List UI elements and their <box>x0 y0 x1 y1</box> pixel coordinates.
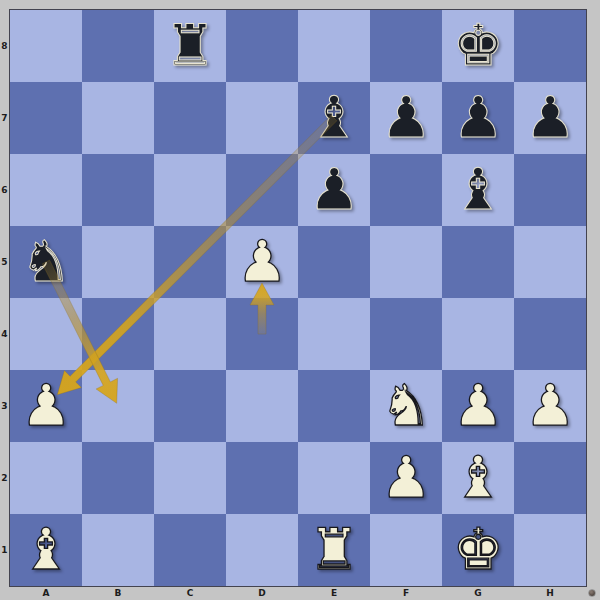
white-pawn-a3[interactable]: ♟ <box>10 370 82 442</box>
white-knight-glyph: ♞ <box>380 377 431 434</box>
white-pawn-glyph: ♟ <box>452 377 503 434</box>
file-label-A: A <box>10 587 82 599</box>
black-pawn-glyph: ♟ <box>524 89 575 146</box>
white-pawn-f2[interactable]: ♟ <box>370 442 442 514</box>
rank-label-8: 8 <box>0 10 9 82</box>
black-pawn-glyph: ♟ <box>308 161 359 218</box>
rank-label-4: 4 <box>0 298 9 370</box>
black-knight-glyph: ♞ <box>20 233 71 290</box>
rank-label-6: 6 <box>0 154 9 226</box>
black-pawn-glyph: ♟ <box>380 89 431 146</box>
white-bishop-glyph: ♝ <box>20 521 71 578</box>
white-bishop-g2[interactable]: ♝ <box>442 442 514 514</box>
rank-label-2: 2 <box>0 442 9 514</box>
file-label-F: F <box>370 587 442 599</box>
black-pawn-h7[interactable]: ♟ <box>514 82 586 154</box>
pieces-layer: ♜♚♝♟♟♟♟♝♞♟♟♞♟♟♟♝♝♜♚ <box>10 10 586 586</box>
white-rook-e1[interactable]: ♜ <box>298 514 370 586</box>
white-pawn-glyph: ♟ <box>20 377 71 434</box>
white-king-g1[interactable]: ♚ <box>442 514 514 586</box>
black-pawn-glyph: ♟ <box>452 89 503 146</box>
resize-grip-knob[interactable] <box>588 589 596 597</box>
black-pawn-g7[interactable]: ♟ <box>442 82 514 154</box>
black-king-g8[interactable]: ♚ <box>442 10 514 82</box>
white-pawn-h3[interactable]: ♟ <box>514 370 586 442</box>
file-label-E: E <box>298 587 370 599</box>
black-pawn-e6[interactable]: ♟ <box>298 154 370 226</box>
white-rook-glyph: ♜ <box>308 521 359 578</box>
black-rook-glyph: ♜ <box>164 17 215 74</box>
white-pawn-g3[interactable]: ♟ <box>442 370 514 442</box>
black-bishop-e7[interactable]: ♝ <box>298 82 370 154</box>
white-king-glyph: ♚ <box>452 521 503 578</box>
black-bishop-glyph: ♝ <box>452 161 503 218</box>
white-pawn-glyph: ♟ <box>380 449 431 506</box>
white-pawn-glyph: ♟ <box>236 233 287 290</box>
file-label-H: H <box>514 587 586 599</box>
white-bishop-a1[interactable]: ♝ <box>10 514 82 586</box>
file-label-D: D <box>226 587 298 599</box>
black-bishop-g6[interactable]: ♝ <box>442 154 514 226</box>
black-pawn-f7[interactable]: ♟ <box>370 82 442 154</box>
black-bishop-glyph: ♝ <box>308 89 359 146</box>
rank-label-5: 5 <box>0 226 9 298</box>
file-label-G: G <box>442 587 514 599</box>
white-pawn-glyph: ♟ <box>524 377 575 434</box>
file-label-B: B <box>82 587 154 599</box>
white-bishop-glyph: ♝ <box>452 449 503 506</box>
board-frame: ♜♚♝♟♟♟♟♝♞♟♟♞♟♟♟♝♝♜♚ 87654321ABCDEFGH <box>0 0 600 600</box>
black-rook-c8[interactable]: ♜ <box>154 10 226 82</box>
black-knight-a5[interactable]: ♞ <box>10 226 82 298</box>
rank-label-3: 3 <box>0 370 9 442</box>
file-label-C: C <box>154 587 226 599</box>
black-king-glyph: ♚ <box>452 17 503 74</box>
white-knight-f3[interactable]: ♞ <box>370 370 442 442</box>
rank-label-7: 7 <box>0 82 9 154</box>
rank-label-1: 1 <box>0 514 9 586</box>
white-pawn-d5[interactable]: ♟ <box>226 226 298 298</box>
